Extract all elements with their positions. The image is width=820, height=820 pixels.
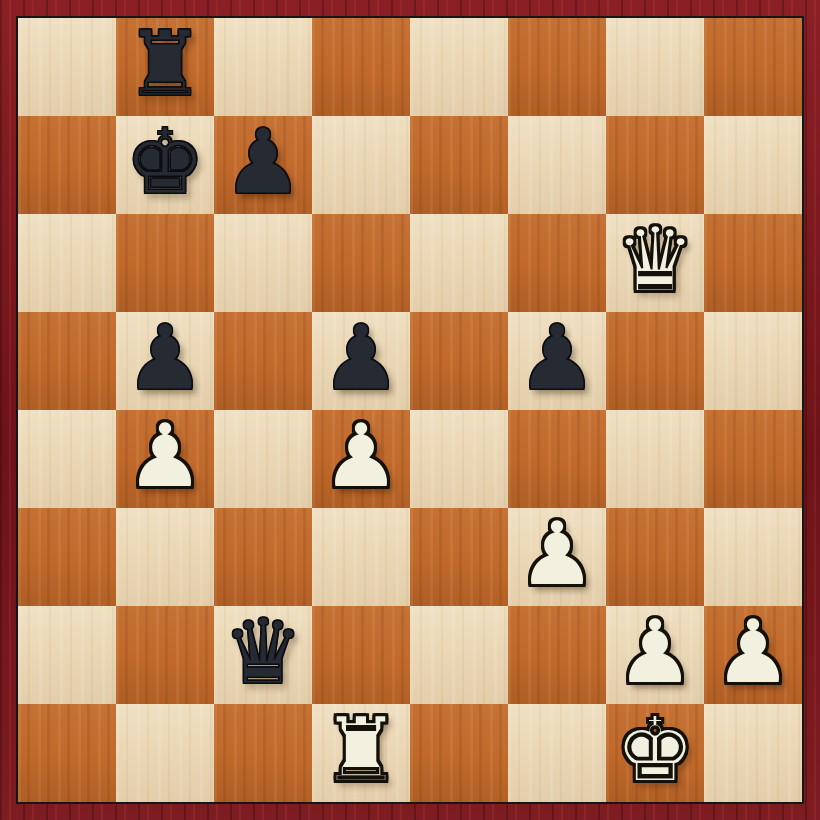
square-d7[interactable] xyxy=(312,116,410,214)
square-a5[interactable] xyxy=(18,312,116,410)
square-f8[interactable] xyxy=(508,18,606,116)
square-c4[interactable] xyxy=(214,410,312,508)
square-e2[interactable] xyxy=(410,606,508,704)
square-e8[interactable] xyxy=(410,18,508,116)
piece-white-rook[interactable]: ♜ xyxy=(321,701,402,799)
piece-black-pawn[interactable]: ♟ xyxy=(223,113,304,211)
piece-black-king[interactable]: ♚ xyxy=(125,113,206,211)
piece-black-pawn[interactable]: ♟ xyxy=(125,309,206,407)
square-f1[interactable] xyxy=(508,704,606,802)
piece-white-pawn[interactable]: ♟ xyxy=(517,505,598,603)
square-h4[interactable] xyxy=(704,410,802,508)
square-c2[interactable]: ♛ xyxy=(214,606,312,704)
square-d4[interactable]: ♟ xyxy=(312,410,410,508)
square-a8[interactable] xyxy=(18,18,116,116)
chess-board: ♜♚♟♛♟♟♟♟♟♟♛♟♟♜♚ xyxy=(18,18,802,802)
square-a3[interactable] xyxy=(18,508,116,606)
piece-black-pawn[interactable]: ♟ xyxy=(321,309,402,407)
square-g5[interactable] xyxy=(606,312,704,410)
square-c6[interactable] xyxy=(214,214,312,312)
square-g3[interactable] xyxy=(606,508,704,606)
square-a1[interactable] xyxy=(18,704,116,802)
square-f5[interactable]: ♟ xyxy=(508,312,606,410)
square-e3[interactable] xyxy=(410,508,508,606)
square-b1[interactable] xyxy=(116,704,214,802)
square-b5[interactable]: ♟ xyxy=(116,312,214,410)
square-b4[interactable]: ♟ xyxy=(116,410,214,508)
square-c5[interactable] xyxy=(214,312,312,410)
square-e1[interactable] xyxy=(410,704,508,802)
piece-white-king[interactable]: ♚ xyxy=(615,701,696,799)
square-e6[interactable] xyxy=(410,214,508,312)
square-b2[interactable] xyxy=(116,606,214,704)
square-g2[interactable]: ♟ xyxy=(606,606,704,704)
square-b8[interactable]: ♜ xyxy=(116,18,214,116)
square-a4[interactable] xyxy=(18,410,116,508)
square-h2[interactable]: ♟ xyxy=(704,606,802,704)
square-a6[interactable] xyxy=(18,214,116,312)
square-a2[interactable] xyxy=(18,606,116,704)
piece-black-rook[interactable]: ♜ xyxy=(125,15,206,113)
square-e5[interactable] xyxy=(410,312,508,410)
square-h6[interactable] xyxy=(704,214,802,312)
square-f3[interactable]: ♟ xyxy=(508,508,606,606)
square-g7[interactable] xyxy=(606,116,704,214)
piece-white-queen[interactable]: ♛ xyxy=(615,211,696,309)
piece-white-pawn[interactable]: ♟ xyxy=(321,407,402,505)
square-h7[interactable] xyxy=(704,116,802,214)
square-h5[interactable] xyxy=(704,312,802,410)
piece-white-pawn[interactable]: ♟ xyxy=(125,407,206,505)
square-h1[interactable] xyxy=(704,704,802,802)
square-c1[interactable] xyxy=(214,704,312,802)
board-frame: ♜♚♟♛♟♟♟♟♟♟♛♟♟♜♚ xyxy=(0,0,820,820)
square-c8[interactable] xyxy=(214,18,312,116)
square-f4[interactable] xyxy=(508,410,606,508)
square-f6[interactable] xyxy=(508,214,606,312)
square-b3[interactable] xyxy=(116,508,214,606)
square-e7[interactable] xyxy=(410,116,508,214)
square-g4[interactable] xyxy=(606,410,704,508)
square-d6[interactable] xyxy=(312,214,410,312)
square-g8[interactable] xyxy=(606,18,704,116)
square-f2[interactable] xyxy=(508,606,606,704)
piece-white-pawn[interactable]: ♟ xyxy=(713,603,794,701)
square-e4[interactable] xyxy=(410,410,508,508)
square-d1[interactable]: ♜ xyxy=(312,704,410,802)
square-h8[interactable] xyxy=(704,18,802,116)
square-d2[interactable] xyxy=(312,606,410,704)
square-d8[interactable] xyxy=(312,18,410,116)
square-d3[interactable] xyxy=(312,508,410,606)
square-d5[interactable]: ♟ xyxy=(312,312,410,410)
square-c3[interactable] xyxy=(214,508,312,606)
square-a7[interactable] xyxy=(18,116,116,214)
piece-black-queen[interactable]: ♛ xyxy=(223,603,304,701)
piece-black-pawn[interactable]: ♟ xyxy=(517,309,598,407)
square-b6[interactable] xyxy=(116,214,214,312)
square-c7[interactable]: ♟ xyxy=(214,116,312,214)
square-g1[interactable]: ♚ xyxy=(606,704,704,802)
piece-white-pawn[interactable]: ♟ xyxy=(615,603,696,701)
square-b7[interactable]: ♚ xyxy=(116,116,214,214)
square-h3[interactable] xyxy=(704,508,802,606)
square-f7[interactable] xyxy=(508,116,606,214)
square-g6[interactable]: ♛ xyxy=(606,214,704,312)
